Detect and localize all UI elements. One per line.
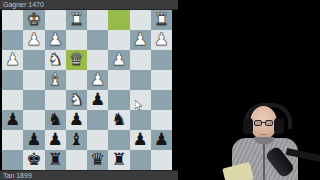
jacket-zipper: [263, 144, 265, 180]
white-rook-piece: ♜: [154, 11, 169, 28]
glasses-lens-right: [265, 120, 273, 126]
square-f4[interactable]: ♝: [45, 70, 66, 90]
white-rook-piece: ♜: [69, 11, 84, 28]
square-d8[interactable]: ♛: [87, 150, 108, 170]
square-f1[interactable]: [45, 10, 66, 30]
notepad: [222, 162, 254, 180]
black-pawn-piece: ♟: [48, 131, 63, 148]
square-a7[interactable]: ♟: [151, 130, 172, 150]
white-pawn-piece: ♟: [26, 31, 41, 48]
square-c8[interactable]: ♜: [108, 150, 129, 170]
square-a1[interactable]: ♜: [151, 10, 172, 30]
black-rook-piece: ♜: [48, 151, 63, 168]
mouse-cursor-icon: [135, 97, 143, 108]
white-king-piece: ♚: [26, 11, 41, 28]
white-pawn-piece: ♟: [133, 31, 148, 48]
square-e3[interactable]: ♛: [66, 50, 87, 70]
white-pawn-piece: ♟: [154, 31, 169, 48]
black-pawn-piece: ♟: [90, 91, 105, 108]
square-b8[interactable]: [130, 150, 151, 170]
black-pawn-piece: ♟: [154, 131, 169, 148]
square-a6[interactable]: [151, 110, 172, 130]
square-h1[interactable]: [2, 10, 23, 30]
black-rook-piece: ♜: [111, 151, 126, 168]
player-top-label: Gagner 1470: [0, 1, 44, 8]
square-c5[interactable]: [108, 90, 129, 110]
square-g3[interactable]: [23, 50, 44, 70]
square-g6[interactable]: [23, 110, 44, 130]
square-c1[interactable]: [108, 10, 129, 30]
square-d3[interactable]: [87, 50, 108, 70]
white-pawn-piece: ♟: [90, 71, 105, 88]
player-bar-top: Gagner 1470: [0, 0, 178, 10]
square-c4[interactable]: [108, 70, 129, 90]
square-b7[interactable]: ♟: [130, 130, 151, 150]
white-pawn-piece: ♟: [111, 51, 126, 68]
player-bottom-label: Tan 1899: [0, 172, 32, 179]
white-knight-piece: ♞: [48, 51, 63, 68]
white-queen-piece: ♛: [69, 51, 84, 68]
stream-frame: Gagner 1470 ♚♜♜♟♟♟♟♟♞♛♟♝♟♞♟♟♞♟♞♟♟♝♟♟♚♜♛♜…: [0, 0, 320, 180]
black-bishop-piece: ♝: [69, 131, 84, 148]
square-d4[interactable]: ♟: [87, 70, 108, 90]
square-e4[interactable]: [66, 70, 87, 90]
square-f7[interactable]: ♟: [45, 130, 66, 150]
square-g8[interactable]: ♚: [23, 150, 44, 170]
square-e8[interactable]: [66, 150, 87, 170]
square-h2[interactable]: [2, 30, 23, 50]
headphone-earcup-left: [243, 118, 253, 134]
square-h3[interactable]: ♟: [2, 50, 23, 70]
square-h7[interactable]: [2, 130, 23, 150]
square-f6[interactable]: ♞: [45, 110, 66, 130]
square-d1[interactable]: [87, 10, 108, 30]
square-d7[interactable]: [87, 130, 108, 150]
square-b4[interactable]: [130, 70, 151, 90]
chess-board[interactable]: ♚♜♜♟♟♟♟♟♞♛♟♝♟♞♟♟♞♟♞♟♟♝♟♟♚♜♛♜: [2, 10, 172, 170]
square-d6[interactable]: [87, 110, 108, 130]
square-e5[interactable]: ♞: [66, 90, 87, 110]
streamer-glasses: [253, 120, 275, 128]
square-g5[interactable]: [23, 90, 44, 110]
white-pawn-piece: ♟: [48, 31, 63, 48]
square-b6[interactable]: [130, 110, 151, 130]
black-queen-piece: ♛: [90, 151, 105, 168]
square-a4[interactable]: [151, 70, 172, 90]
square-b3[interactable]: [130, 50, 151, 70]
square-e6[interactable]: ♟: [66, 110, 87, 130]
webcam-overlay: [210, 95, 320, 180]
square-d2[interactable]: [87, 30, 108, 50]
white-knight-piece: ♞: [69, 91, 84, 108]
square-f3[interactable]: ♞: [45, 50, 66, 70]
black-pawn-piece: ♟: [26, 131, 41, 148]
glasses-lens-left: [254, 120, 262, 126]
square-f2[interactable]: ♟: [45, 30, 66, 50]
black-knight-piece: ♞: [111, 111, 126, 128]
square-a3[interactable]: [151, 50, 172, 70]
square-e2[interactable]: [66, 30, 87, 50]
black-pawn-piece: ♟: [133, 131, 148, 148]
square-c3[interactable]: ♟: [108, 50, 129, 70]
square-h8[interactable]: [2, 150, 23, 170]
square-a8[interactable]: [151, 150, 172, 170]
player-bar-bottom: Tan 1899: [0, 170, 178, 180]
square-e1[interactable]: ♜: [66, 10, 87, 30]
square-g1[interactable]: ♚: [23, 10, 44, 30]
black-king-piece: ♚: [26, 151, 41, 168]
square-c7[interactable]: [108, 130, 129, 150]
square-g2[interactable]: ♟: [23, 30, 44, 50]
square-e7[interactable]: ♝: [66, 130, 87, 150]
square-g4[interactable]: [23, 70, 44, 90]
glasses-bridge: [262, 122, 265, 123]
square-b2[interactable]: ♟: [130, 30, 151, 50]
square-c2[interactable]: [108, 30, 129, 50]
square-d5[interactable]: ♟: [87, 90, 108, 110]
square-b1[interactable]: [130, 10, 151, 30]
square-c6[interactable]: ♞: [108, 110, 129, 130]
square-f8[interactable]: ♜: [45, 150, 66, 170]
square-a5[interactable]: [151, 90, 172, 110]
white-bishop-piece: ♝: [48, 71, 63, 88]
black-pawn-piece: ♟: [5, 111, 20, 128]
square-a2[interactable]: ♟: [151, 30, 172, 50]
square-h5[interactable]: [2, 90, 23, 110]
streamer-mouth: [260, 134, 267, 135]
headphone-earcup-right: [274, 118, 284, 134]
square-f5[interactable]: [45, 90, 66, 110]
square-g7[interactable]: ♟: [23, 130, 44, 150]
square-h4[interactable]: [2, 70, 23, 90]
white-pawn-piece: ♟: [5, 51, 20, 68]
black-pawn-piece: ♟: [69, 111, 84, 128]
square-h6[interactable]: ♟: [2, 110, 23, 130]
black-knight-piece: ♞: [48, 111, 63, 128]
